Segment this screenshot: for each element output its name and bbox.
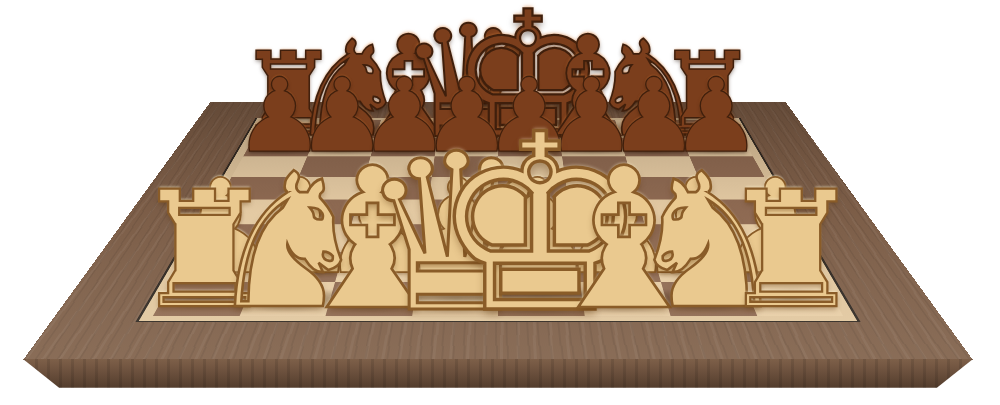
piece-white-rook-h1[interactable]: ♜ [719,170,864,331]
white-rook-icon: ♜ [719,170,864,331]
chess-photo-scene: ♜♞♝♛♚♝♞♜♟♟♟♟♟♟♟♟♟♟♟♟♟♟♟♟♜♞♝♛♚♝♞♜ [0,0,1000,405]
